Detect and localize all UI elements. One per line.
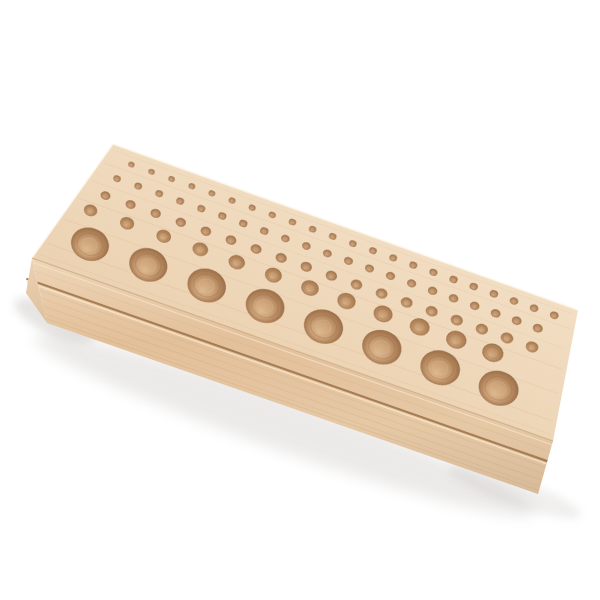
photo-frame — [0, 0, 600, 600]
product-photo — [0, 0, 600, 600]
wooden-block-scene — [0, 0, 600, 600]
